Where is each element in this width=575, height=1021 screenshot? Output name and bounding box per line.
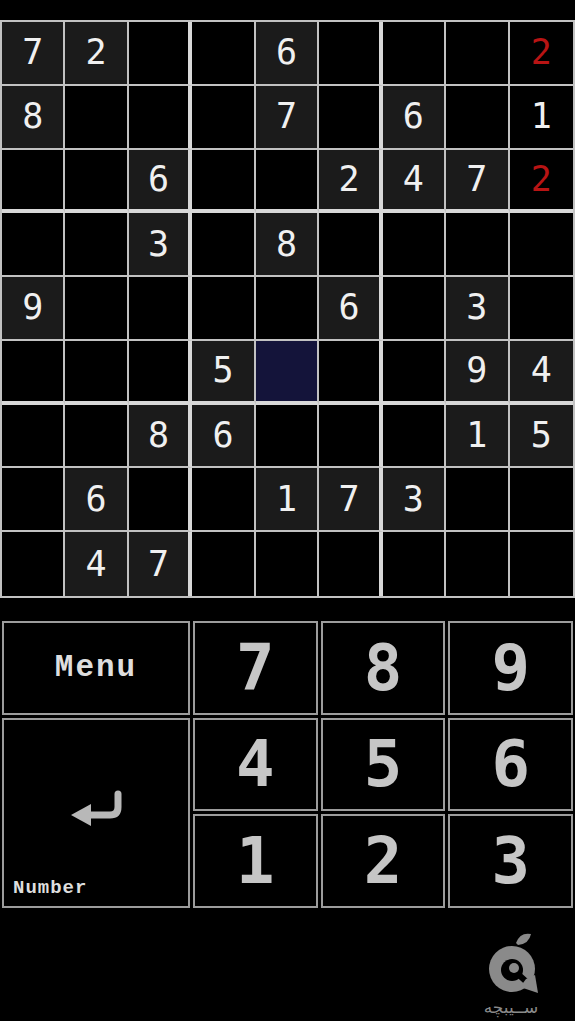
- cell-r5c2[interactable]: [65, 277, 128, 341]
- cell-r1c9[interactable]: 2: [510, 22, 573, 86]
- cell-r9c7[interactable]: [383, 532, 446, 596]
- cell-r1c7[interactable]: [383, 22, 446, 86]
- cell-r4c9[interactable]: [510, 213, 573, 277]
- cell-r3c6[interactable]: 2: [319, 150, 382, 214]
- cell-r5c8[interactable]: 3: [446, 277, 509, 341]
- cell-r7c9[interactable]: 5: [510, 405, 573, 469]
- cell-r9c8[interactable]: [446, 532, 509, 596]
- cell-r7c1[interactable]: [2, 405, 65, 469]
- cell-r1c8[interactable]: [446, 22, 509, 86]
- cell-r3c4[interactable]: [192, 150, 255, 214]
- cell-r3c5[interactable]: [256, 150, 319, 214]
- cell-r3c8[interactable]: 7: [446, 150, 509, 214]
- cell-r9c9[interactable]: [510, 532, 573, 596]
- cell-r1c2[interactable]: 2: [65, 22, 128, 86]
- cell-r3c3[interactable]: 6: [129, 150, 192, 214]
- keypad: Menu 7 8 9 Number 4 5 6 1 2 3: [2, 621, 573, 908]
- cell-r7c5[interactable]: [256, 405, 319, 469]
- cell-r4c5[interactable]: 8: [256, 213, 319, 277]
- cell-r5c3[interactable]: [129, 277, 192, 341]
- digit-5-button[interactable]: 5: [321, 718, 446, 812]
- sibche-watermark: ســیبچه: [455, 931, 567, 1017]
- cell-r5c6[interactable]: 6: [319, 277, 382, 341]
- cell-r7c4[interactable]: 6: [192, 405, 255, 469]
- cell-r1c6[interactable]: [319, 22, 382, 86]
- digit-6-button[interactable]: 6: [448, 718, 573, 812]
- return-arrow-icon: [64, 776, 128, 850]
- cell-r8c5[interactable]: 1: [256, 468, 319, 532]
- cell-r6c6[interactable]: [319, 341, 382, 405]
- sudoku-app-screen: 7262876162472389635948615617347 Menu 7 8…: [0, 0, 575, 1021]
- cell-r6c9[interactable]: 4: [510, 341, 573, 405]
- cell-r2c3[interactable]: [129, 86, 192, 150]
- cell-r1c4[interactable]: [192, 22, 255, 86]
- cell-r4c7[interactable]: [383, 213, 446, 277]
- cell-r9c6[interactable]: [319, 532, 382, 596]
- cell-r8c7[interactable]: 3: [383, 468, 446, 532]
- cell-r2c2[interactable]: [65, 86, 128, 150]
- cell-r6c1[interactable]: [2, 341, 65, 405]
- cell-r7c8[interactable]: 1: [446, 405, 509, 469]
- cell-r3c9[interactable]: 2: [510, 150, 573, 214]
- digit-8-button[interactable]: 8: [321, 621, 446, 715]
- cell-r6c4[interactable]: 5: [192, 341, 255, 405]
- digit-2-button[interactable]: 2: [321, 814, 446, 908]
- cell-r8c3[interactable]: [129, 468, 192, 532]
- cell-r8c4[interactable]: [192, 468, 255, 532]
- cell-r5c1[interactable]: 9: [2, 277, 65, 341]
- cell-r1c5[interactable]: 6: [256, 22, 319, 86]
- cell-r3c2[interactable]: [65, 150, 128, 214]
- sibche-wordmark: ســیبچه: [455, 997, 567, 1017]
- cell-r1c1[interactable]: 7: [2, 22, 65, 86]
- cell-r7c2[interactable]: [65, 405, 128, 469]
- cell-r6c3[interactable]: [129, 341, 192, 405]
- cell-r9c5[interactable]: [256, 532, 319, 596]
- cell-r4c8[interactable]: [446, 213, 509, 277]
- cell-r2c6[interactable]: [319, 86, 382, 150]
- cell-r3c1[interactable]: [2, 150, 65, 214]
- cell-r5c9[interactable]: [510, 277, 573, 341]
- cell-r5c7[interactable]: [383, 277, 446, 341]
- cell-r9c3[interactable]: 7: [129, 532, 192, 596]
- cell-r7c7[interactable]: [383, 405, 446, 469]
- digit-7-button[interactable]: 7: [193, 621, 318, 715]
- number-mode-label: Number: [13, 877, 87, 899]
- cell-r4c2[interactable]: [65, 213, 128, 277]
- digit-3-button[interactable]: 3: [448, 814, 573, 908]
- sudoku-board: 7262876162472389635948615617347: [0, 20, 575, 598]
- digit-1-button[interactable]: 1: [193, 814, 318, 908]
- menu-button[interactable]: Menu: [2, 621, 190, 715]
- cell-r6c5[interactable]: [256, 341, 319, 405]
- cell-r3c7[interactable]: 4: [383, 150, 446, 214]
- digit-4-button[interactable]: 4: [193, 718, 318, 812]
- cell-r8c8[interactable]: [446, 468, 509, 532]
- cell-r8c2[interactable]: 6: [65, 468, 128, 532]
- cell-r6c2[interactable]: [65, 341, 128, 405]
- cell-r2c7[interactable]: 6: [383, 86, 446, 150]
- cell-r9c1[interactable]: [2, 532, 65, 596]
- cell-r7c3[interactable]: 8: [129, 405, 192, 469]
- cell-r9c2[interactable]: 4: [65, 532, 128, 596]
- cell-r6c8[interactable]: 9: [446, 341, 509, 405]
- cell-r7c6[interactable]: [319, 405, 382, 469]
- cell-r2c4[interactable]: [192, 86, 255, 150]
- cell-r2c5[interactable]: 7: [256, 86, 319, 150]
- cell-r4c4[interactable]: [192, 213, 255, 277]
- cell-r4c1[interactable]: [2, 213, 65, 277]
- cell-r2c9[interactable]: 1: [510, 86, 573, 150]
- cell-r9c4[interactable]: [192, 532, 255, 596]
- digit-9-button[interactable]: 9: [448, 621, 573, 715]
- cell-r8c6[interactable]: 7: [319, 468, 382, 532]
- enter-number-button[interactable]: Number: [2, 718, 190, 908]
- cell-r1c3[interactable]: [129, 22, 192, 86]
- cell-r5c5[interactable]: [256, 277, 319, 341]
- cell-r8c9[interactable]: [510, 468, 573, 532]
- cell-r2c1[interactable]: 8: [2, 86, 65, 150]
- cell-r2c8[interactable]: [446, 86, 509, 150]
- cell-r8c1[interactable]: [2, 468, 65, 532]
- cell-r4c6[interactable]: [319, 213, 382, 277]
- cell-r4c3[interactable]: 3: [129, 213, 192, 277]
- cell-r6c7[interactable]: [383, 341, 446, 405]
- cell-r5c4[interactable]: [192, 277, 255, 341]
